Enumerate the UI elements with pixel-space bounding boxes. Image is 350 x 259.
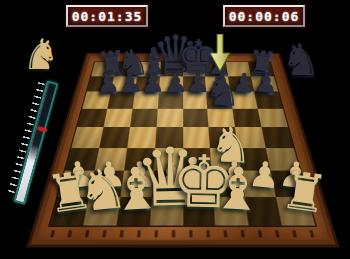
square-h4[interactable] — [262, 127, 294, 148]
frame-inlay-ticks — [51, 230, 316, 237]
piece-black-knight-f6[interactable]: ♞ — [204, 71, 242, 113]
piece-black-pawn-a7[interactable]: ♟ — [95, 69, 121, 97]
square-c5[interactable] — [130, 108, 158, 127]
square-d5[interactable] — [156, 108, 182, 127]
piece-black-pawn-d7[interactable]: ♟ — [164, 70, 188, 96]
black-clock: 00:00:06 — [223, 5, 305, 27]
square-a5[interactable] — [77, 108, 107, 127]
last-move-arrow-icon — [208, 34, 232, 72]
square-b4[interactable] — [99, 127, 130, 148]
piece-black-pawn-b7[interactable]: ♟ — [118, 69, 143, 97]
white-side-indicator-knight-icon: ♞ — [22, 34, 60, 76]
piece-black-pawn-h7[interactable]: ♟ — [254, 69, 280, 97]
piece-white-bishop-f1[interactable]: ♝ — [210, 159, 265, 220]
evaluation-marker — [37, 127, 46, 132]
square-h5[interactable] — [258, 108, 288, 127]
piece-black-pawn-c7[interactable]: ♟ — [141, 69, 165, 96]
square-b5[interactable] — [103, 108, 132, 127]
chess-game-screen: 00:01:35 00:00:06 ♞ ♞ ♜♞♝♛♚♝♜♟♟♟♟♟♟♟♟♞♞♟… — [0, 0, 350, 259]
white-clock-time: 00:01:35 — [72, 9, 143, 24]
white-clock: 00:01:35 — [66, 5, 148, 27]
black-clock-time: 00:00:06 — [229, 9, 300, 24]
piece-white-rook-h1[interactable]: ♜ — [278, 163, 331, 221]
